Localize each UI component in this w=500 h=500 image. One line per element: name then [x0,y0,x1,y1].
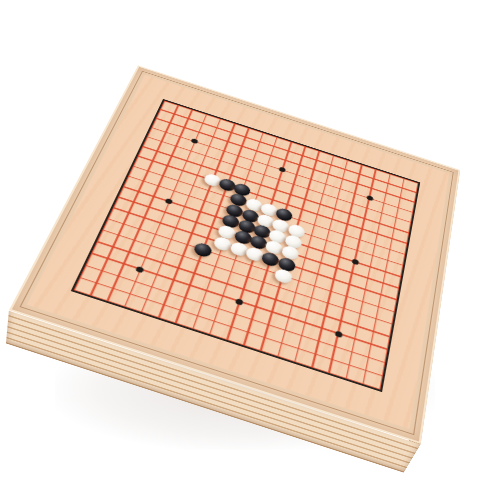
product-photo-go-board: { "game": { "name": "Go (Weiqi / Baduk)"… [0,0,500,500]
star-point [278,167,286,173]
star-point [165,198,174,205]
star-point [366,195,373,201]
star-point [135,266,144,274]
star-point [235,298,244,306]
star-point [335,330,343,338]
star-point [351,258,359,265]
star-point [191,138,199,144]
go-stone-black[interactable] [192,241,213,258]
